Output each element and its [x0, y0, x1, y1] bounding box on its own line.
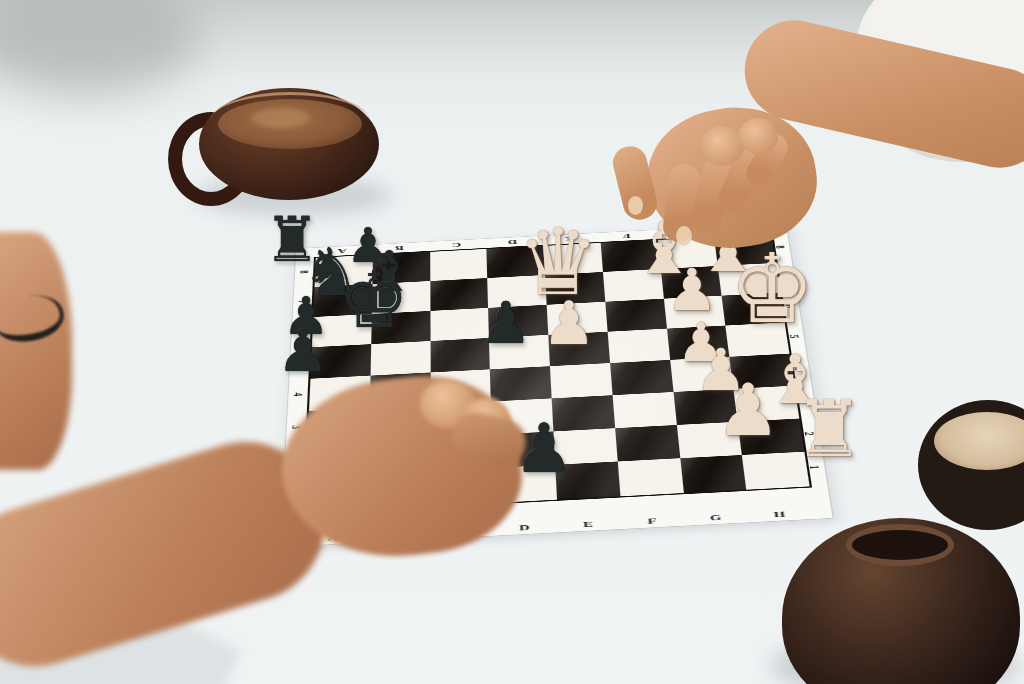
- fingernail: [676, 226, 692, 246]
- piece-white-pawn-e5[interactable]: ♟: [533, 293, 605, 353]
- piece-white-rook-h1[interactable]: ♜: [782, 390, 876, 468]
- file-label-f: F: [620, 514, 685, 527]
- file-label-d: D: [492, 521, 556, 534]
- square-f5[interactable]: [607, 329, 669, 363]
- square-f1[interactable]: [617, 458, 683, 496]
- knuckle: [738, 118, 778, 154]
- teapot-lid: [846, 524, 954, 566]
- square-f4[interactable]: [610, 360, 673, 395]
- piece-white-pawn-g2[interactable]: ♟: [705, 374, 791, 446]
- piece-black-pawn-d5[interactable]: ♟: [471, 294, 541, 352]
- file-label-g: G: [683, 511, 748, 524]
- square-d4[interactable]: [490, 366, 552, 401]
- square-f3[interactable]: [612, 392, 676, 428]
- square-c8[interactable]: [430, 249, 488, 281]
- piece-black-pawn-a5[interactable]: ♟: [268, 322, 338, 380]
- coffee-cup-rim: [210, 92, 370, 151]
- square-e4[interactable]: [550, 363, 612, 398]
- piece-black-king-b6[interactable]: ♚: [327, 261, 421, 339]
- left-player-face: [0, 232, 72, 470]
- file-label-e: E: [556, 518, 620, 531]
- square-b5[interactable]: [370, 341, 430, 375]
- file-label-h: H: [747, 508, 812, 521]
- thumbnail: [628, 196, 643, 215]
- photo-scene: ABCDEFGH ABCDEFGH 87654321 87654321 ♟♜♝♝…: [0, 0, 1024, 684]
- wall-shadow: [0, 0, 200, 95]
- square-f2[interactable]: [615, 425, 680, 462]
- square-g1[interactable]: [680, 455, 747, 493]
